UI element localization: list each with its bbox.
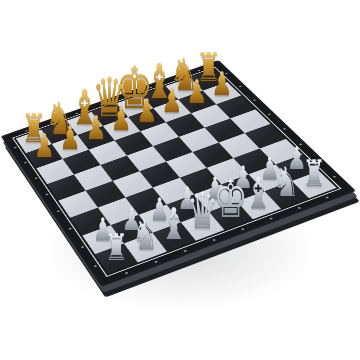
frame-dot [253,99,257,101]
frame-dot [297,207,301,210]
frame-dot [238,85,242,87]
frame-dot [315,159,319,161]
frame-dot [100,104,103,106]
frame-dot [14,147,17,149]
frame-dot [225,72,228,74]
board-squares-grid [16,69,337,273]
frame-dot [34,177,37,179]
frame-dot [149,86,152,88]
frame-dot [283,128,287,130]
frame-dot [50,121,53,123]
frame-dot [56,210,60,213]
frame-dot [299,143,303,145]
frame-dot [154,260,158,263]
board-perspective-wrap: ♜♞♝♛♚♝♞♜♟♟♟♟♟♟♟♟♟♟♟♟♟♟♟♟♜♞♝♛♚♝♞♜ [7,7,353,353]
frame-dot [241,228,245,231]
frame-dot [75,112,78,114]
frame-dot [25,130,28,132]
chess-board [1,60,356,287]
frame-dot [197,70,200,72]
frame-dot [325,196,329,199]
frame-dot [269,217,273,220]
frame-dot [24,161,27,163]
frame-dot [267,113,271,115]
frame-dot [212,239,216,242]
frame-dot [93,265,97,268]
frame-dot [332,175,336,178]
frame-dot [125,95,128,97]
product-photo-scene: ♜♞♝♛♚♝♞♜♟♟♟♟♟♟♟♟♟♟♟♟♟♟♟♟♜♞♝♛♚♝♞♜ [0,0,360,360]
frame-dot [173,78,176,80]
frame-dot [183,250,187,253]
frame-dot [45,193,49,195]
frame-dot [81,246,85,249]
frame-dot [68,227,72,230]
frame-dot [125,272,129,275]
